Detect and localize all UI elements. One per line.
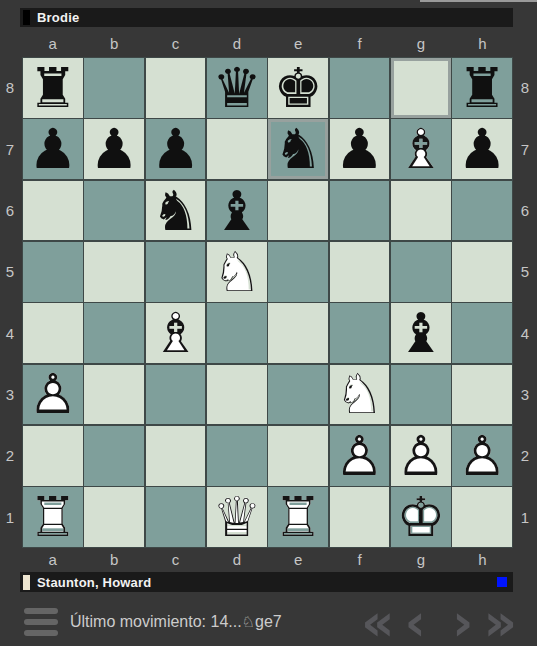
square-e3[interactable] bbox=[268, 365, 328, 425]
square-d4[interactable] bbox=[207, 303, 267, 363]
square-g5[interactable] bbox=[391, 242, 451, 302]
square-f6[interactable] bbox=[330, 181, 390, 241]
black-rook-piece: ♜ bbox=[23, 58, 83, 118]
piece-outline: ♔ bbox=[391, 487, 451, 547]
white-bishop-piece: ♝♗ bbox=[146, 303, 206, 363]
black-queen-piece: ♛ bbox=[207, 58, 267, 118]
rank-label-1-right: 1 bbox=[514, 509, 536, 526]
square-c3[interactable] bbox=[146, 365, 206, 425]
square-d8[interactable]: ♛ bbox=[207, 58, 267, 118]
file-label-b-bottom: b bbox=[83, 548, 144, 572]
white-king-piece: ♚♔ bbox=[391, 487, 451, 547]
black-rook-piece: ♜ bbox=[452, 58, 512, 118]
controls-bar: Último movimiento: 14...♘ge7 « ‹ › » bbox=[0, 597, 537, 646]
file-label-f-top: f bbox=[329, 30, 390, 58]
nav-first-button[interactable]: « bbox=[361, 599, 395, 645]
square-g8[interactable] bbox=[391, 58, 451, 118]
square-e1[interactable]: ♜♖ bbox=[268, 487, 328, 547]
white-bishop-piece: ♝♗ bbox=[391, 119, 451, 179]
square-h2[interactable]: ♟♙ bbox=[452, 426, 512, 486]
square-g7[interactable]: ♝♗ bbox=[391, 119, 451, 179]
piece-outline: ♖ bbox=[23, 487, 83, 547]
square-g4[interactable]: ♝ bbox=[391, 303, 451, 363]
rank-label-5-right: 5 bbox=[514, 263, 536, 280]
square-e4[interactable] bbox=[268, 303, 328, 363]
last-move-target: ge7 bbox=[255, 613, 282, 630]
piece-outline: ♙ bbox=[330, 426, 390, 486]
rank-labels-right: 87654321 bbox=[514, 57, 536, 548]
rank-label-4-right: 4 bbox=[514, 325, 536, 342]
rank-label-3-left: 3 bbox=[0, 386, 20, 403]
piece-outline: ♗ bbox=[146, 303, 206, 363]
square-g2[interactable]: ♟♙ bbox=[391, 426, 451, 486]
square-d2[interactable] bbox=[207, 426, 267, 486]
rank-label-2-right: 2 bbox=[514, 447, 536, 464]
rank-label-6-right: 6 bbox=[514, 202, 536, 219]
file-label-c-bottom: c bbox=[145, 548, 206, 572]
player-bar-white: Staunton, Howard bbox=[20, 572, 513, 592]
square-a6[interactable] bbox=[23, 181, 83, 241]
black-bishop-piece: ♝ bbox=[391, 303, 451, 363]
rank-label-2-left: 2 bbox=[0, 447, 20, 464]
rank-label-1-left: 1 bbox=[0, 509, 20, 526]
white-pawn-piece: ♟♙ bbox=[23, 365, 83, 425]
file-label-b-top: b bbox=[83, 30, 144, 58]
player-bar-black: Brodie bbox=[20, 8, 513, 27]
square-c4[interactable]: ♝♗ bbox=[146, 303, 206, 363]
window-edge-line bbox=[420, 0, 537, 2]
square-e7[interactable]: ♞ bbox=[268, 119, 328, 179]
square-d3[interactable] bbox=[207, 365, 267, 425]
file-label-e-top: e bbox=[268, 30, 329, 58]
white-pawn-piece: ♟♙ bbox=[391, 426, 451, 486]
piece-outline: ♖ bbox=[268, 487, 328, 547]
piece-outline: ♕ bbox=[207, 487, 267, 547]
square-a1[interactable]: ♜♖ bbox=[23, 487, 83, 547]
move-navigation: « ‹ › » bbox=[361, 599, 517, 645]
square-b6[interactable] bbox=[84, 181, 144, 241]
nav-prev-button[interactable]: ‹ bbox=[405, 599, 426, 645]
white-color-chip bbox=[23, 575, 30, 590]
white-pawn-piece: ♟♙ bbox=[330, 426, 390, 486]
black-king-piece: ♚ bbox=[268, 58, 328, 118]
square-e2[interactable] bbox=[268, 426, 328, 486]
black-pawn-piece: ♟ bbox=[330, 119, 390, 179]
square-b8[interactable] bbox=[84, 58, 144, 118]
square-b7[interactable]: ♟ bbox=[84, 119, 144, 179]
black-pawn-piece: ♟ bbox=[84, 119, 144, 179]
square-e5[interactable] bbox=[268, 242, 328, 302]
file-label-e-bottom: e bbox=[268, 548, 329, 572]
piece-outline: ♙ bbox=[391, 426, 451, 486]
square-a3[interactable]: ♟♙ bbox=[23, 365, 83, 425]
white-knight-piece: ♞♘ bbox=[330, 365, 390, 425]
black-color-chip bbox=[23, 10, 30, 25]
square-h7[interactable]: ♟ bbox=[452, 119, 512, 179]
black-player-name: Brodie bbox=[37, 10, 79, 25]
file-label-a-top: a bbox=[22, 30, 83, 58]
square-d6[interactable]: ♝ bbox=[207, 181, 267, 241]
piece-outline: ♘ bbox=[207, 242, 267, 302]
square-c7[interactable]: ♟ bbox=[146, 119, 206, 179]
file-label-f-bottom: f bbox=[329, 548, 390, 572]
square-a8[interactable]: ♜ bbox=[23, 58, 83, 118]
square-f8[interactable] bbox=[330, 58, 390, 118]
square-c1[interactable] bbox=[146, 487, 206, 547]
square-f7[interactable]: ♟ bbox=[330, 119, 390, 179]
last-move-prefix: Último movimiento: 14... bbox=[70, 613, 242, 630]
white-player-name: Staunton, Howard bbox=[37, 575, 151, 590]
black-pawn-piece: ♟ bbox=[23, 119, 83, 179]
square-h3[interactable] bbox=[452, 365, 512, 425]
square-a2[interactable] bbox=[23, 426, 83, 486]
white-queen-piece: ♛♕ bbox=[207, 487, 267, 547]
square-d5[interactable]: ♞♘ bbox=[207, 242, 267, 302]
square-g1[interactable]: ♚♔ bbox=[391, 487, 451, 547]
black-bishop-piece: ♝ bbox=[207, 181, 267, 241]
file-label-h-bottom: h bbox=[452, 548, 513, 572]
square-h8[interactable]: ♜ bbox=[452, 58, 512, 118]
rank-label-7-right: 7 bbox=[514, 141, 536, 158]
square-b4[interactable] bbox=[84, 303, 144, 363]
chess-board: ♜♛♚♜♟♟♟♞♟♝♗♟♞♝♞♘♝♗♝♟♙♞♘♟♙♟♙♟♙♜♖♛♕♜♖♚♔ bbox=[22, 57, 513, 548]
square-b2[interactable] bbox=[84, 426, 144, 486]
square-h4[interactable] bbox=[452, 303, 512, 363]
menu-icon[interactable] bbox=[24, 608, 58, 636]
file-label-g-top: g bbox=[390, 30, 451, 58]
white-rook-piece: ♜♖ bbox=[268, 487, 328, 547]
square-g6[interactable] bbox=[391, 181, 451, 241]
square-f4[interactable] bbox=[330, 303, 390, 363]
rank-label-8-right: 8 bbox=[514, 79, 536, 96]
file-label-d-bottom: d bbox=[206, 548, 267, 572]
piece-outline: ♘ bbox=[330, 365, 390, 425]
rank-label-8-left: 8 bbox=[0, 79, 20, 96]
square-e8[interactable]: ♚ bbox=[268, 58, 328, 118]
white-rook-piece: ♜♖ bbox=[23, 487, 83, 547]
file-label-a-bottom: a bbox=[22, 548, 83, 572]
square-b5[interactable] bbox=[84, 242, 144, 302]
piece-outline: ♙ bbox=[23, 365, 83, 425]
file-label-d-top: d bbox=[206, 30, 267, 58]
last-move-status: Último movimiento: 14...♘ge7 bbox=[70, 613, 282, 631]
square-g3[interactable] bbox=[391, 365, 451, 425]
black-pawn-piece: ♟ bbox=[452, 119, 512, 179]
square-f1[interactable] bbox=[330, 487, 390, 547]
nav-next-button[interactable]: › bbox=[452, 599, 473, 645]
square-d7[interactable] bbox=[207, 119, 267, 179]
square-c2[interactable] bbox=[146, 426, 206, 486]
black-knight-piece: ♞ bbox=[268, 119, 328, 179]
square-b1[interactable] bbox=[84, 487, 144, 547]
black-knight-piece: ♞ bbox=[146, 181, 206, 241]
file-labels-top: abcdefgh bbox=[22, 30, 513, 56]
file-label-g-bottom: g bbox=[390, 548, 451, 572]
square-c6[interactable]: ♞ bbox=[146, 181, 206, 241]
piece-outline: ♗ bbox=[391, 119, 451, 179]
piece-outline: ♙ bbox=[452, 426, 512, 486]
rank-label-6-left: 6 bbox=[0, 202, 20, 219]
chess-viewer: Brodie abcdefgh 87654321 87654321 ♜♛♚♜♟♟… bbox=[0, 0, 537, 646]
square-a4[interactable] bbox=[23, 303, 83, 363]
rank-label-5-left: 5 bbox=[0, 263, 20, 280]
square-f5[interactable] bbox=[330, 242, 390, 302]
square-h1[interactable] bbox=[452, 487, 512, 547]
nav-last-button[interactable]: » bbox=[483, 599, 517, 645]
knight-icon: ♘ bbox=[242, 613, 255, 631]
rank-label-7-left: 7 bbox=[0, 141, 20, 158]
square-c8[interactable] bbox=[146, 58, 206, 118]
turn-indicator bbox=[497, 577, 507, 587]
rank-labels-left: 87654321 bbox=[0, 57, 20, 548]
square-a7[interactable]: ♟ bbox=[23, 119, 83, 179]
square-d1[interactable]: ♛♕ bbox=[207, 487, 267, 547]
white-knight-piece: ♞♘ bbox=[207, 242, 267, 302]
square-b3[interactable] bbox=[84, 365, 144, 425]
rank-label-4-left: 4 bbox=[0, 325, 20, 342]
black-pawn-piece: ♟ bbox=[146, 119, 206, 179]
square-h5[interactable] bbox=[452, 242, 512, 302]
square-f3[interactable]: ♞♘ bbox=[330, 365, 390, 425]
file-label-c-top: c bbox=[145, 30, 206, 58]
rank-label-3-right: 3 bbox=[514, 386, 536, 403]
file-label-h-top: h bbox=[452, 30, 513, 58]
square-h6[interactable] bbox=[452, 181, 512, 241]
square-e6[interactable] bbox=[268, 181, 328, 241]
square-c5[interactable] bbox=[146, 242, 206, 302]
square-f2[interactable]: ♟♙ bbox=[330, 426, 390, 486]
white-pawn-piece: ♟♙ bbox=[452, 426, 512, 486]
square-a5[interactable] bbox=[23, 242, 83, 302]
file-labels-bottom: abcdefgh bbox=[22, 548, 513, 572]
